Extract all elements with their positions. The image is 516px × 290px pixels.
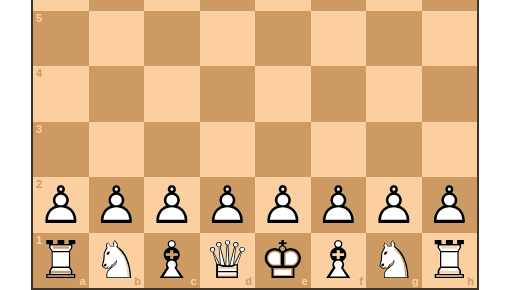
square-e3[interactable]	[255, 122, 311, 178]
file-label-c: c	[190, 276, 196, 287]
square-g5[interactable]	[366, 11, 422, 67]
piece-white-pawn: ♙	[366, 179, 422, 231]
square-f2[interactable]: ♟♙	[311, 177, 367, 233]
square-a2[interactable]: 2♟♙	[33, 177, 89, 233]
square-h5[interactable]	[422, 11, 478, 67]
chess-board: 8♜♞♝♛♚♝♞♜7♟♟♟♟♟♟♟♟65432♟♙♟♙♟♙♟♙♟♙♟♙♟♙♟♙1…	[31, 0, 479, 290]
square-h4[interactable]	[422, 66, 478, 122]
square-c1[interactable]: c♝♗	[144, 233, 200, 289]
rank-label-5: 5	[36, 13, 42, 24]
chess-app-window: 8♜♞♝♛♚♝♞♜7♟♟♟♟♟♟♟♟65432♟♙♟♙♟♙♟♙♟♙♟♙♟♙♟♙1…	[0, 0, 516, 290]
rank-label-2: 2	[36, 179, 42, 190]
file-label-d: d	[245, 276, 252, 287]
square-g2[interactable]: ♟♙	[366, 177, 422, 233]
piece-white-pawn: ♙	[255, 179, 311, 231]
square-g3[interactable]	[366, 122, 422, 178]
square-d2[interactable]: ♟♙	[200, 177, 256, 233]
square-c2[interactable]: ♟♙	[144, 177, 200, 233]
piece-white-rook-fill: ♜	[33, 234, 89, 286]
piece-white-pawn-fill: ♟	[200, 179, 256, 231]
square-b3[interactable]	[89, 122, 145, 178]
square-f4[interactable]	[311, 66, 367, 122]
piece-white-pawn: ♙	[33, 179, 89, 231]
file-label-a: a	[79, 276, 85, 287]
square-h6[interactable]	[422, 0, 478, 11]
square-b6[interactable]	[89, 0, 145, 11]
square-c3[interactable]	[144, 122, 200, 178]
piece-white-knight-fill: ♞	[366, 234, 422, 286]
square-b4[interactable]	[89, 66, 145, 122]
square-b5[interactable]	[89, 11, 145, 67]
piece-white-pawn-fill: ♟	[366, 179, 422, 231]
piece-white-pawn: ♙	[422, 179, 478, 231]
square-a6[interactable]: 6	[33, 0, 89, 11]
piece-white-knight-fill: ♞	[89, 234, 145, 286]
square-f1[interactable]: f♝♗	[311, 233, 367, 289]
piece-white-pawn: ♙	[311, 179, 367, 231]
square-c4[interactable]	[144, 66, 200, 122]
piece-white-pawn-fill: ♟	[89, 179, 145, 231]
square-c6[interactable]	[144, 0, 200, 11]
square-b2[interactable]: ♟♙	[89, 177, 145, 233]
file-label-g: g	[412, 276, 419, 287]
square-d3[interactable]	[200, 122, 256, 178]
piece-white-rook: ♖	[33, 234, 89, 286]
piece-white-pawn-fill: ♟	[144, 179, 200, 231]
file-label-f: f	[359, 276, 363, 287]
piece-white-bishop-fill: ♝	[144, 234, 200, 286]
square-e2[interactable]: ♟♙	[255, 177, 311, 233]
square-a5[interactable]: 5	[33, 11, 89, 67]
piece-white-queen-fill: ♛	[200, 234, 256, 286]
piece-white-pawn: ♙	[200, 179, 256, 231]
piece-white-rook-fill: ♜	[422, 234, 478, 286]
square-d5[interactable]	[200, 11, 256, 67]
square-a3[interactable]: 3	[33, 122, 89, 178]
square-g4[interactable]	[366, 66, 422, 122]
square-h1[interactable]: h♜♖	[422, 233, 478, 289]
piece-white-pawn-fill: ♟	[255, 179, 311, 231]
square-g1[interactable]: g♞♘	[366, 233, 422, 289]
piece-white-pawn-fill: ♟	[422, 179, 478, 231]
square-e5[interactable]	[255, 11, 311, 67]
rank-label-1: 1	[36, 235, 42, 246]
rank-label-3: 3	[36, 124, 42, 135]
file-label-b: b	[134, 276, 141, 287]
piece-white-pawn-fill: ♟	[311, 179, 367, 231]
piece-white-bishop: ♗	[311, 234, 367, 286]
piece-white-king: ♔	[255, 234, 311, 286]
file-label-e: e	[301, 276, 307, 287]
piece-white-pawn: ♙	[144, 179, 200, 231]
square-e1[interactable]: e♚♔	[255, 233, 311, 289]
piece-white-queen: ♕	[200, 234, 256, 286]
square-a1[interactable]: 1a♜♖	[33, 233, 89, 289]
piece-white-rook: ♖	[422, 234, 478, 286]
square-e6[interactable]	[255, 0, 311, 11]
square-a4[interactable]: 4	[33, 66, 89, 122]
square-d4[interactable]	[200, 66, 256, 122]
square-h2[interactable]: ♟♙	[422, 177, 478, 233]
piece-white-bishop-fill: ♝	[311, 234, 367, 286]
square-f6[interactable]	[311, 0, 367, 11]
square-c5[interactable]	[144, 11, 200, 67]
file-label-h: h	[467, 276, 474, 287]
square-f3[interactable]	[311, 122, 367, 178]
piece-white-pawn-fill: ♟	[33, 179, 89, 231]
square-h3[interactable]	[422, 122, 478, 178]
square-f5[interactable]	[311, 11, 367, 67]
square-d6[interactable]	[200, 0, 256, 11]
square-b1[interactable]: b♞♘	[89, 233, 145, 289]
square-e4[interactable]	[255, 66, 311, 122]
piece-white-knight: ♘	[366, 234, 422, 286]
piece-white-bishop: ♗	[144, 234, 200, 286]
piece-white-king-fill: ♚	[255, 234, 311, 286]
square-d1[interactable]: d♛♕	[200, 233, 256, 289]
square-g6[interactable]	[366, 0, 422, 11]
piece-white-pawn: ♙	[89, 179, 145, 231]
rank-label-4: 4	[36, 68, 42, 79]
piece-white-knight: ♘	[89, 234, 145, 286]
